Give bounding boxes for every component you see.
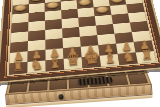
board-inlay-line: ♟♟♟♟♟♟♟♟♜♞♝♛♚♝♞♜ bbox=[4, 0, 160, 78]
square-d4 bbox=[62, 27, 80, 38]
chessboard: ♟♟♟♟♟♟♟♟♜♞♝♛♚♝♞♜ bbox=[0, 0, 160, 107]
square-g4 bbox=[113, 23, 132, 34]
board-grid: ♟♟♟♟♟♟♟♟♜♞♝♛♚♝♞♜ bbox=[9, 0, 156, 75]
white-pawn-piece: ♟ bbox=[12, 50, 23, 63]
square-h3 bbox=[132, 31, 152, 42]
square-e4 bbox=[79, 26, 97, 37]
white-pawn-piece: ♟ bbox=[66, 45, 77, 58]
square-a1: ♜ bbox=[9, 62, 28, 75]
square-e2: ♟ bbox=[81, 45, 100, 57]
square-c1: ♝ bbox=[46, 59, 65, 72]
square-f1: ♝ bbox=[100, 54, 120, 67]
white-pawn-piece: ♟ bbox=[102, 42, 113, 55]
board-maple-rim: ♟♟♟♟♟♟♟♟♜♞♝♛♚♝♞♜ bbox=[7, 0, 159, 76]
light-checker-piece bbox=[111, 0, 125, 3]
light-checker-piece bbox=[78, 0, 91, 6]
square-g1: ♞ bbox=[118, 53, 138, 65]
square-f4 bbox=[96, 24, 114, 35]
square-d1: ♛ bbox=[64, 57, 83, 70]
light-checker-piece bbox=[96, 6, 110, 14]
white-pawn-piece: ♟ bbox=[30, 48, 41, 61]
square-h1: ♜ bbox=[136, 51, 157, 63]
square-c4 bbox=[45, 28, 62, 39]
square-e1: ♚ bbox=[82, 56, 101, 69]
white-pawn-piece: ♟ bbox=[138, 39, 149, 52]
chess-set-photo: ♟♟♟♟♟♟♟♟♜♞♝♛♚♝♞♜ bbox=[0, 0, 160, 107]
white-rook-piece: ♜ bbox=[11, 60, 24, 74]
square-h4 bbox=[130, 21, 149, 32]
white-pawn-piece: ♟ bbox=[84, 44, 95, 57]
board-frame: ♟♟♟♟♟♟♟♟♜♞♝♛♚♝♞♜ bbox=[0, 0, 160, 83]
light-checker-piece bbox=[46, 1, 59, 9]
square-a5 bbox=[11, 22, 28, 33]
square-b1: ♞ bbox=[27, 60, 45, 73]
square-f3 bbox=[97, 34, 116, 46]
light-checker-piece bbox=[14, 4, 27, 12]
white-rook-piece: ♜ bbox=[140, 48, 153, 62]
square-b5 bbox=[28, 21, 45, 32]
white-pawn-piece: ♟ bbox=[120, 41, 131, 54]
light-checker-piece bbox=[30, 0, 42, 2]
